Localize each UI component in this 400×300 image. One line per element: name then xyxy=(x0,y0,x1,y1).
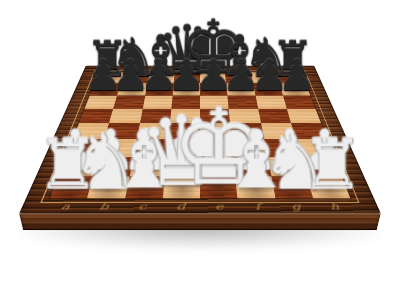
square-h6[interactable] xyxy=(283,95,316,108)
file-label-f: f xyxy=(238,201,278,211)
black-pawn[interactable]: ♟ xyxy=(277,53,316,96)
chess-board: ♜♞♝♛♚♝♞♜♟♟♟♟♟♟♟♟♟♟♟♟♟♟♟♟♜♞♝♛♚♝♞♜ abcdefg… xyxy=(19,66,381,214)
file-label-g: g xyxy=(276,201,317,211)
file-label-d: d xyxy=(161,201,200,211)
perspective-scene: ♜♞♝♛♚♝♞♜♟♟♟♟♟♟♟♟♟♟♟♟♟♟♟♟♜♞♝♛♚♝♞♜ abcdefg… xyxy=(0,0,400,300)
file-label-b: b xyxy=(83,201,124,211)
file-label-a: a xyxy=(44,201,86,211)
white-rook[interactable]: ♜ xyxy=(301,130,364,200)
chess-scene: ♜♞♝♛♚♝♞♜♟♟♟♟♟♟♟♟♟♟♟♟♟♟♟♟♜♞♝♛♚♝♞♜ abcdefg… xyxy=(0,0,400,300)
board-grid: ♜♞♝♛♚♝♞♜♟♟♟♟♟♟♟♟♟♟♟♟♟♟♟♟♜♞♝♛♚♝♞♜ xyxy=(50,72,351,198)
board-side-face xyxy=(19,214,381,231)
file-label-h: h xyxy=(314,201,356,211)
file-label-e: e xyxy=(200,201,239,211)
square-h7[interactable]: ♟ xyxy=(279,83,310,95)
file-label-c: c xyxy=(122,201,162,211)
square-h1[interactable]: ♜ xyxy=(306,176,350,198)
square-a6[interactable] xyxy=(85,95,118,108)
file-labels: abcdefgh xyxy=(44,201,356,213)
